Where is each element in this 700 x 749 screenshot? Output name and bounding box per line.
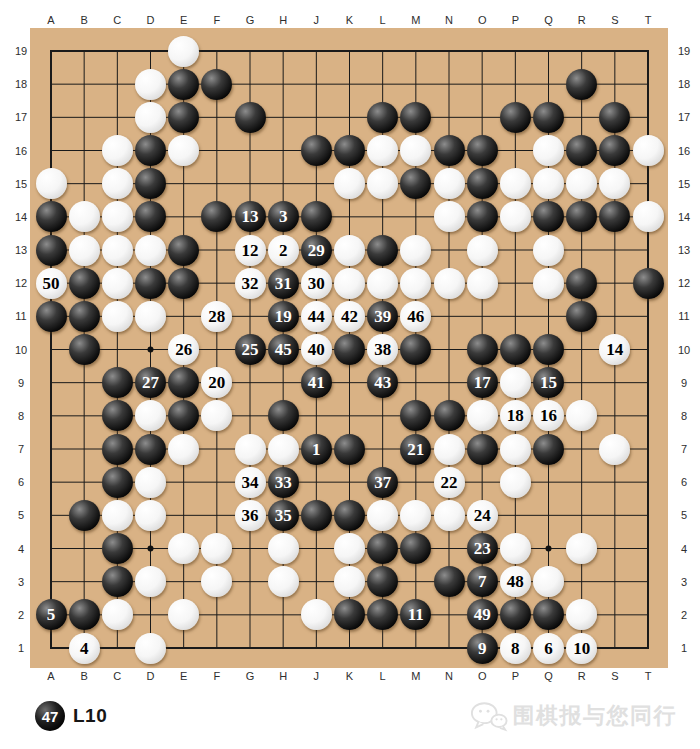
stone-black-A14 <box>36 201 67 232</box>
stone-black-O7 <box>467 434 498 465</box>
stone-black-H5: 35 <box>268 500 299 531</box>
move-number-label: 28 <box>208 308 225 325</box>
stone-white-D3 <box>135 566 166 597</box>
stone-white-B13 <box>69 235 100 266</box>
move-number-label: 16 <box>540 407 557 424</box>
stone-black-E13 <box>168 235 199 266</box>
move-number-label: 42 <box>341 308 358 325</box>
coord-label-right-3: 3 <box>681 576 687 588</box>
coord-label-top-R: R <box>578 14 586 26</box>
go-board: 1331222950323130281944423946262545403814… <box>30 28 668 668</box>
stone-black-Q10 <box>533 334 564 365</box>
move-number-label: 49 <box>474 606 491 623</box>
stone-white-T14 <box>633 201 664 232</box>
branding: 围棋报与您同行 <box>470 700 678 732</box>
stone-white-J11: 44 <box>301 301 332 332</box>
coord-label-bottom-H: H <box>279 670 287 682</box>
stone-black-O10 <box>467 334 498 365</box>
move-number-label: 22 <box>441 474 458 491</box>
stone-black-D12 <box>135 268 166 299</box>
coord-label-right-14: 14 <box>678 211 690 223</box>
stone-white-O8 <box>467 400 498 431</box>
coord-label-top-C: C <box>113 14 121 26</box>
coord-label-right-11: 11 <box>678 310 689 322</box>
coord-label-left-14: 14 <box>15 211 27 223</box>
coord-label-left-11: 11 <box>15 310 26 322</box>
stone-black-G17 <box>235 102 266 133</box>
stone-black-N3 <box>434 566 465 597</box>
move-number-label: 5 <box>47 606 56 623</box>
stone-black-P2 <box>500 599 531 630</box>
stone-black-C4 <box>102 533 133 564</box>
stone-white-C16 <box>102 135 133 166</box>
wechat-logo-icon <box>470 700 508 732</box>
move-number-label: 25 <box>242 341 259 358</box>
move-number-label: 35 <box>275 507 292 524</box>
move-number-label: 43 <box>374 374 391 391</box>
stone-black-H14: 3 <box>268 201 299 232</box>
stone-black-G10: 25 <box>235 334 266 365</box>
coord-label-right-16: 16 <box>678 145 690 157</box>
star-point-D4 <box>148 546 154 552</box>
coord-label-top-A: A <box>47 14 54 26</box>
stone-black-C7 <box>102 434 133 465</box>
coord-label-left-6: 6 <box>18 476 24 488</box>
coord-label-bottom-G: G <box>246 670 255 682</box>
stone-white-Q13 <box>533 235 564 266</box>
stone-white-M13 <box>400 235 431 266</box>
move-number-label: 33 <box>275 474 292 491</box>
stone-white-L5 <box>367 500 398 531</box>
stone-black-B11 <box>69 301 100 332</box>
move-number-label: 11 <box>408 606 424 623</box>
stone-black-J5 <box>301 500 332 531</box>
branding-text: 围棋报与您同行 <box>513 701 678 731</box>
move-number-label: 7 <box>478 573 487 590</box>
stone-white-G13: 12 <box>235 235 266 266</box>
stone-white-P3: 48 <box>500 566 531 597</box>
stone-white-E10: 26 <box>168 334 199 365</box>
coord-label-left-19: 19 <box>15 45 27 57</box>
stone-white-K12 <box>334 268 365 299</box>
coord-label-right-19: 19 <box>678 45 690 57</box>
coord-label-top-S: S <box>611 14 618 26</box>
stone-white-M11: 46 <box>400 301 431 332</box>
stone-white-N15 <box>434 168 465 199</box>
stone-black-R16 <box>566 135 597 166</box>
stone-black-O15 <box>467 168 498 199</box>
stone-black-B5 <box>69 500 100 531</box>
coord-label-left-3: 3 <box>18 576 24 588</box>
stone-white-Q12 <box>533 268 564 299</box>
move-number-label: 38 <box>374 341 391 358</box>
coord-label-right-18: 18 <box>678 78 690 90</box>
stone-white-H13: 2 <box>268 235 299 266</box>
stone-black-H11: 19 <box>268 301 299 332</box>
coord-label-right-1: 1 <box>681 642 687 654</box>
stone-white-E19 <box>168 36 199 67</box>
coord-label-bottom-S: S <box>611 670 618 682</box>
coord-label-right-7: 7 <box>681 443 687 455</box>
coord-label-top-B: B <box>80 14 87 26</box>
coord-label-top-D: D <box>147 14 155 26</box>
stone-black-J14 <box>301 201 332 232</box>
stone-white-N5 <box>434 500 465 531</box>
coord-label-top-H: H <box>279 14 287 26</box>
stone-black-Q7 <box>533 434 564 465</box>
stone-white-D6 <box>135 467 166 498</box>
coord-label-left-5: 5 <box>18 509 24 521</box>
coord-label-top-G: G <box>246 14 255 26</box>
coord-label-bottom-K: K <box>346 670 353 682</box>
move-number-label: 40 <box>308 341 325 358</box>
stone-black-J7: 1 <box>301 434 332 465</box>
move-number-label: 46 <box>407 308 424 325</box>
coord-label-left-18: 18 <box>15 78 27 90</box>
coord-label-bottom-T: T <box>645 670 652 682</box>
stone-white-P8: 18 <box>500 400 531 431</box>
coord-label-bottom-B: B <box>80 670 87 682</box>
stone-black-C8 <box>102 400 133 431</box>
stone-black-K5 <box>334 500 365 531</box>
move-number-label: 4 <box>80 640 89 657</box>
stone-white-P14 <box>500 201 531 232</box>
move-number-label: 45 <box>275 341 292 358</box>
coord-label-right-4: 4 <box>681 543 687 555</box>
stone-white-O13 <box>467 235 498 266</box>
coord-label-right-12: 12 <box>678 277 690 289</box>
coord-label-bottom-A: A <box>47 670 54 682</box>
stone-black-K7 <box>334 434 365 465</box>
stone-white-C14 <box>102 201 133 232</box>
coord-label-bottom-F: F <box>213 670 220 682</box>
coord-label-top-L: L <box>380 14 386 26</box>
stone-black-C3 <box>102 566 133 597</box>
coord-label-left-8: 8 <box>18 410 24 422</box>
stone-white-K4 <box>334 533 365 564</box>
caption-move-47: 47 L10 <box>35 701 107 731</box>
stone-white-K11: 42 <box>334 301 365 332</box>
move-number-label: 21 <box>407 441 424 458</box>
stone-black-H6: 33 <box>268 467 299 498</box>
move-number-label: 10 <box>573 640 590 657</box>
stone-white-B14 <box>69 201 100 232</box>
move-number-label: 50 <box>43 275 60 292</box>
stone-black-Q9: 15 <box>533 367 564 398</box>
move-number-label: 14 <box>606 341 623 358</box>
coord-label-left-12: 12 <box>15 277 27 289</box>
stone-black-H12: 31 <box>268 268 299 299</box>
stone-white-Q3 <box>533 566 564 597</box>
stone-white-D1 <box>135 633 166 664</box>
stone-white-G6: 34 <box>235 467 266 498</box>
stone-white-P1: 8 <box>500 633 531 664</box>
stone-black-E17 <box>168 102 199 133</box>
stone-black-B12 <box>69 268 100 299</box>
coord-label-bottom-Q: Q <box>544 670 553 682</box>
stone-white-G7 <box>235 434 266 465</box>
stone-white-S7 <box>599 434 630 465</box>
coord-label-bottom-E: E <box>180 670 187 682</box>
stone-black-C9 <box>102 367 133 398</box>
coord-label-top-P: P <box>512 14 519 26</box>
coord-label-left-15: 15 <box>15 178 27 190</box>
stone-white-Q16 <box>533 135 564 166</box>
move-number-label: 48 <box>507 573 524 590</box>
coord-label-right-9: 9 <box>681 377 687 389</box>
stone-white-K15 <box>334 168 365 199</box>
coord-label-top-K: K <box>346 14 353 26</box>
stone-black-H10: 45 <box>268 334 299 365</box>
coord-label-left-16: 16 <box>15 145 27 157</box>
stone-black-J9: 41 <box>301 367 332 398</box>
caption-move-number: 47 <box>42 708 59 725</box>
stone-black-O9: 17 <box>467 367 498 398</box>
move-number-label: 32 <box>242 275 259 292</box>
coord-label-bottom-C: C <box>113 670 121 682</box>
stone-white-R4 <box>566 533 597 564</box>
stone-black-B2 <box>69 599 100 630</box>
coord-label-left-17: 17 <box>15 111 27 123</box>
coord-label-top-F: F <box>213 14 220 26</box>
move-number-label: 36 <box>242 507 259 524</box>
stone-black-O3: 7 <box>467 566 498 597</box>
stone-white-C15 <box>102 168 133 199</box>
stone-white-B1: 4 <box>69 633 100 664</box>
stone-white-G12: 32 <box>235 268 266 299</box>
coord-label-left-1: 1 <box>18 642 24 654</box>
stone-white-P15 <box>500 168 531 199</box>
stone-black-R11 <box>566 301 597 332</box>
stone-white-N7 <box>434 434 465 465</box>
stone-white-P4 <box>500 533 531 564</box>
stone-black-A11 <box>36 301 67 332</box>
move-number-label: 39 <box>374 308 391 325</box>
stone-black-S17 <box>599 102 630 133</box>
move-number-label: 30 <box>308 275 325 292</box>
stone-white-D17 <box>135 102 166 133</box>
coord-label-top-E: E <box>180 14 187 26</box>
stone-white-M5 <box>400 500 431 531</box>
stone-white-D13 <box>135 235 166 266</box>
stone-white-P9 <box>500 367 531 398</box>
stone-black-T12 <box>633 268 664 299</box>
stone-white-J2 <box>301 599 332 630</box>
stone-white-E16 <box>168 135 199 166</box>
stone-black-O2: 49 <box>467 599 498 630</box>
stone-black-E12 <box>168 268 199 299</box>
stone-white-P6 <box>500 467 531 498</box>
coord-label-left-13: 13 <box>15 244 27 256</box>
stone-black-N8 <box>434 400 465 431</box>
stone-black-C6 <box>102 467 133 498</box>
move-number-label: 9 <box>478 640 487 657</box>
stone-black-D7 <box>135 434 166 465</box>
stone-black-F18 <box>201 69 232 100</box>
move-number-label: 44 <box>308 308 325 325</box>
coord-label-left-9: 9 <box>18 377 24 389</box>
stone-black-A13 <box>36 235 67 266</box>
move-number-label: 13 <box>242 208 259 225</box>
stone-black-Q17 <box>533 102 564 133</box>
stone-black-O16 <box>467 135 498 166</box>
coord-label-right-17: 17 <box>678 111 690 123</box>
stone-white-Q15 <box>533 168 564 199</box>
move-number-label: 2 <box>279 242 288 259</box>
coord-label-bottom-N: N <box>445 670 453 682</box>
move-number-label: 24 <box>474 507 491 524</box>
stone-black-L4 <box>367 533 398 564</box>
stone-white-N12 <box>434 268 465 299</box>
stone-white-N14 <box>434 201 465 232</box>
stone-white-F11: 28 <box>201 301 232 332</box>
move-number-label: 26 <box>175 341 192 358</box>
move-number-label: 27 <box>142 374 159 391</box>
stone-black-M17 <box>400 102 431 133</box>
stone-black-D16 <box>135 135 166 166</box>
move-number-label: 41 <box>308 374 325 391</box>
move-number-label: 18 <box>507 407 524 424</box>
stone-white-D11 <box>135 301 166 332</box>
stone-white-T16 <box>633 135 664 166</box>
stone-white-L10: 38 <box>367 334 398 365</box>
stone-black-L6: 37 <box>367 467 398 498</box>
stone-white-O12 <box>467 268 498 299</box>
move-number-label: 6 <box>544 640 553 657</box>
coord-label-top-Q: Q <box>544 14 553 26</box>
stone-white-C11 <box>102 301 133 332</box>
stone-white-R1: 10 <box>566 633 597 664</box>
stone-white-G5: 36 <box>235 500 266 531</box>
coord-label-bottom-R: R <box>578 670 586 682</box>
stone-black-L17 <box>367 102 398 133</box>
coord-label-right-5: 5 <box>681 509 687 521</box>
coord-label-bottom-P: P <box>512 670 519 682</box>
stone-black-L13 <box>367 235 398 266</box>
move-number-label: 1 <box>312 441 321 458</box>
move-number-label: 34 <box>242 474 259 491</box>
caption-black-stone: 47 <box>35 701 65 731</box>
stone-white-A12: 50 <box>36 268 67 299</box>
move-number-label: 19 <box>275 308 292 325</box>
stone-black-L11: 39 <box>367 301 398 332</box>
coord-label-right-13: 13 <box>678 244 690 256</box>
move-number-label: 37 <box>374 474 391 491</box>
coord-label-right-15: 15 <box>678 178 690 190</box>
star-point-Q4 <box>546 546 552 552</box>
stone-white-K13 <box>334 235 365 266</box>
move-number-label: 15 <box>540 374 557 391</box>
stone-white-J10: 40 <box>301 334 332 365</box>
stone-white-A15 <box>36 168 67 199</box>
stone-black-R12 <box>566 268 597 299</box>
coord-label-right-10: 10 <box>678 344 690 356</box>
stone-white-D18 <box>135 69 166 100</box>
move-number-label: 12 <box>242 242 259 259</box>
move-number-label: 8 <box>511 640 520 657</box>
move-number-label: 29 <box>308 242 325 259</box>
stone-white-C13 <box>102 235 133 266</box>
coord-label-left-4: 4 <box>18 543 24 555</box>
stone-white-H3 <box>268 566 299 597</box>
coord-label-top-J: J <box>314 14 320 26</box>
stone-black-R18 <box>566 69 597 100</box>
stone-black-P10 <box>500 334 531 365</box>
go-diagram-page: 1331222950323130281944423946262545403814… <box>0 0 700 749</box>
star-point-D10 <box>148 347 154 353</box>
coord-label-left-10: 10 <box>15 344 27 356</box>
stone-white-H7 <box>268 434 299 465</box>
stone-black-D9: 27 <box>135 367 166 398</box>
stone-white-D5 <box>135 500 166 531</box>
stone-black-O1: 9 <box>467 633 498 664</box>
stone-black-P17 <box>500 102 531 133</box>
stone-white-C12 <box>102 268 133 299</box>
stone-white-N6: 22 <box>434 467 465 498</box>
move-number-label: 20 <box>208 374 225 391</box>
coord-label-left-2: 2 <box>18 609 24 621</box>
coord-label-top-O: O <box>478 14 487 26</box>
stone-black-G14: 13 <box>235 201 266 232</box>
stone-white-E7 <box>168 434 199 465</box>
coord-label-right-6: 6 <box>681 476 687 488</box>
stone-white-L12 <box>367 268 398 299</box>
stone-black-K10 <box>334 334 365 365</box>
move-number-label: 3 <box>279 208 288 225</box>
stone-black-K16 <box>334 135 365 166</box>
coord-label-right-2: 2 <box>681 609 687 621</box>
coord-label-top-M: M <box>411 14 420 26</box>
stone-white-C5 <box>102 500 133 531</box>
move-number-label: 23 <box>474 540 491 557</box>
coord-label-bottom-D: D <box>147 670 155 682</box>
coord-label-bottom-O: O <box>478 670 487 682</box>
stone-white-O5: 24 <box>467 500 498 531</box>
stone-white-P7 <box>500 434 531 465</box>
stone-white-M12 <box>400 268 431 299</box>
stone-white-K3 <box>334 566 365 597</box>
move-number-label: 31 <box>275 275 292 292</box>
coord-label-right-8: 8 <box>681 410 687 422</box>
stone-black-D15 <box>135 168 166 199</box>
stone-black-M7: 21 <box>400 434 431 465</box>
stone-black-O4: 23 <box>467 533 498 564</box>
stone-black-N16 <box>434 135 465 166</box>
coord-label-bottom-J: J <box>314 670 320 682</box>
stone-black-H8 <box>268 400 299 431</box>
stone-white-H4 <box>268 533 299 564</box>
stone-black-E18 <box>168 69 199 100</box>
coord-label-left-7: 7 <box>18 443 24 455</box>
stone-black-O14 <box>467 201 498 232</box>
stone-white-Q1: 6 <box>533 633 564 664</box>
stone-black-A2: 5 <box>36 599 67 630</box>
stone-white-C2 <box>102 599 133 630</box>
coord-label-top-T: T <box>645 14 652 26</box>
stone-black-J16 <box>301 135 332 166</box>
stone-black-J13: 29 <box>301 235 332 266</box>
stone-white-L16 <box>367 135 398 166</box>
caption-location: L10 <box>73 705 107 727</box>
coord-label-top-N: N <box>445 14 453 26</box>
coord-label-bottom-M: M <box>411 670 420 682</box>
stone-white-E4 <box>168 533 199 564</box>
move-number-label: 17 <box>474 374 491 391</box>
stone-white-J12: 30 <box>301 268 332 299</box>
coord-label-bottom-L: L <box>380 670 386 682</box>
stone-black-B10 <box>69 334 100 365</box>
